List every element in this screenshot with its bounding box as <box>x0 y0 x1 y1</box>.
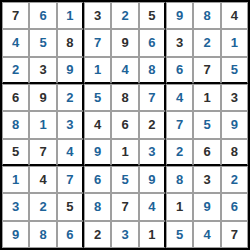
entry-digit: 6 <box>176 63 183 76</box>
entry-digit: 8 <box>12 118 19 131</box>
sudoku-cell-r9c3[interactable]: 6 <box>57 221 84 248</box>
sudoku-cell-r5c8[interactable]: 5 <box>193 111 220 138</box>
sudoku-cell-r3c8[interactable]: 7 <box>193 57 220 84</box>
sudoku-cell-r8c5[interactable]: 7 <box>111 193 138 220</box>
sudoku-cell-r3c3[interactable]: 9 <box>57 57 84 84</box>
sudoku-cell-r8c3[interactable]: 5 <box>57 193 84 220</box>
given-digit: 1 <box>148 228 155 241</box>
given-digit: 4 <box>231 9 238 22</box>
given-digit: 2 <box>148 118 155 131</box>
entry-digit: 5 <box>231 63 238 76</box>
entry-digit: 4 <box>121 63 128 76</box>
given-digit: 7 <box>39 145 46 158</box>
entry-digit: 2 <box>231 173 238 186</box>
sudoku-cell-r7c7[interactable]: 8 <box>166 166 193 193</box>
given-digit: 7 <box>231 228 238 241</box>
sudoku-cell-r8c7[interactable]: 1 <box>166 193 193 220</box>
entry-digit: 2 <box>66 91 73 104</box>
entry-digit: 5 <box>121 173 128 186</box>
sudoku-cell-r5c5[interactable]: 6 <box>111 111 138 138</box>
sudoku-cell-r7c5[interactable]: 5 <box>111 166 138 193</box>
entry-digit: 5 <box>94 91 101 104</box>
given-digit: 9 <box>39 91 46 104</box>
sudoku-cell-r3c7[interactable]: 6 <box>166 57 193 84</box>
entry-digit: 9 <box>231 118 238 131</box>
sudoku-cell-r4c4[interactable]: 5 <box>84 84 111 111</box>
sudoku-cell-r9c8[interactable]: 4 <box>193 221 220 248</box>
sudoku-cell-r5c7[interactable]: 7 <box>166 111 193 138</box>
entry-digit: 8 <box>94 200 101 213</box>
sudoku-cell-r3c1[interactable]: 2 <box>2 57 29 84</box>
sudoku-cell-r1c3[interactable]: 1 <box>57 2 84 29</box>
entry-digit: 7 <box>94 36 101 49</box>
given-digit: 7 <box>203 63 210 76</box>
sudoku-cell-r7c9[interactable]: 2 <box>221 166 248 193</box>
sudoku-cell-r2c7[interactable]: 3 <box>166 29 193 56</box>
sudoku-cell-r8c4[interactable]: 8 <box>84 193 111 220</box>
sudoku-cell-r4c7[interactable]: 4 <box>166 84 193 111</box>
sudoku-cell-r6c5[interactable]: 1 <box>111 139 138 166</box>
entry-digit: 3 <box>121 228 128 241</box>
entry-digit: 1 <box>94 63 101 76</box>
given-digit: 3 <box>203 173 210 186</box>
entry-digit: 6 <box>148 36 155 49</box>
sudoku-cell-r6c7[interactable]: 2 <box>166 139 193 166</box>
sudoku-cell-r6c1[interactable]: 5 <box>2 139 29 166</box>
entry-digit: 1 <box>12 173 19 186</box>
entry-digit: 2 <box>39 200 46 213</box>
entry-digit: 9 <box>176 9 183 22</box>
sudoku-cell-r2c4[interactable]: 7 <box>84 29 111 56</box>
entry-digit: 9 <box>203 200 210 213</box>
sudoku-cell-r6c4[interactable]: 9 <box>84 139 111 166</box>
sudoku-cell-r4c8[interactable]: 1 <box>193 84 220 111</box>
sudoku-cell-r9c7[interactable]: 5 <box>166 221 193 248</box>
sudoku-cell-r2c5[interactable]: 9 <box>111 29 138 56</box>
given-digit: 3 <box>39 63 46 76</box>
entry-digit: 6 <box>94 173 101 186</box>
given-digit: 3 <box>231 91 238 104</box>
given-digit: 4 <box>94 118 101 131</box>
sudoku-cell-r9c2[interactable]: 8 <box>29 221 56 248</box>
entry-digit: 2 <box>121 9 128 22</box>
sudoku-cell-r5c3[interactable]: 3 <box>57 111 84 138</box>
entry-digit: 3 <box>66 118 73 131</box>
sudoku-cell-r2c3[interactable]: 8 <box>57 29 84 56</box>
given-digit: 6 <box>203 145 210 158</box>
sudoku-cell-r1c4[interactable]: 3 <box>84 2 111 29</box>
sudoku-cell-r3c6[interactable]: 8 <box>139 57 166 84</box>
sudoku-cell-r1c7[interactable]: 9 <box>166 2 193 29</box>
given-digit: 9 <box>121 36 128 49</box>
given-digit: 5 <box>12 145 19 158</box>
sudoku-cell-r7c3[interactable]: 7 <box>57 166 84 193</box>
given-digit: 2 <box>94 228 101 241</box>
given-digit: 6 <box>121 118 128 131</box>
given-digit: 8 <box>121 91 128 104</box>
sudoku-cell-r2c1[interactable]: 4 <box>2 29 29 56</box>
sudoku-cell-r6c3[interactable]: 4 <box>57 139 84 166</box>
sudoku-cell-r8c9[interactable]: 6 <box>221 193 248 220</box>
entry-digit: 8 <box>148 63 155 76</box>
sudoku-cell-r5c1[interactable]: 8 <box>2 111 29 138</box>
sudoku-cell-r1c5[interactable]: 2 <box>111 2 138 29</box>
given-digit: 1 <box>203 91 210 104</box>
sudoku-cell-r1c6[interactable]: 5 <box>139 2 166 29</box>
entry-digit: 4 <box>148 200 155 213</box>
sudoku-cell-r6c2[interactable]: 7 <box>29 139 56 166</box>
entry-digit: 6 <box>66 228 73 241</box>
given-digit: 7 <box>121 200 128 213</box>
sudoku-cell-r4c1[interactable]: 6 <box>2 84 29 111</box>
sudoku-cell-r5c2[interactable]: 1 <box>29 111 56 138</box>
given-digit: 5 <box>66 200 73 213</box>
given-digit: 1 <box>121 145 128 158</box>
entry-digit: 5 <box>203 118 210 131</box>
sudoku-cell-r9c1[interactable]: 9 <box>2 221 29 248</box>
sudoku-cell-r1c1[interactable]: 7 <box>2 2 29 29</box>
entry-digit: 9 <box>148 173 155 186</box>
entry-digit: 6 <box>39 9 46 22</box>
sudoku-cell-r7c4[interactable]: 6 <box>84 166 111 193</box>
entry-digit: 3 <box>148 145 155 158</box>
entry-digit: 4 <box>66 145 73 158</box>
sudoku-cell-r1c8[interactable]: 8 <box>193 2 220 29</box>
entry-digit: 8 <box>39 228 46 241</box>
sudoku-cell-r5c9[interactable]: 9 <box>221 111 248 138</box>
given-digit: 6 <box>12 91 19 104</box>
sudoku-cell-r8c1[interactable]: 3 <box>2 193 29 220</box>
sudoku-cell-r9c5[interactable]: 3 <box>111 221 138 248</box>
entry-digit: 4 <box>203 228 210 241</box>
sudoku-cell-r2c9[interactable]: 1 <box>221 29 248 56</box>
sudoku-cell-r4c6[interactable]: 7 <box>139 84 166 111</box>
entry-digit: 5 <box>176 228 183 241</box>
entry-digit: 9 <box>12 228 19 241</box>
entry-digit: 1 <box>66 9 73 22</box>
sudoku-cell-r6c8[interactable]: 6 <box>193 139 220 166</box>
given-digit: 5 <box>148 9 155 22</box>
sudoku-cell-r9c4[interactable]: 2 <box>84 221 111 248</box>
sudoku-cell-r3c4[interactable]: 1 <box>84 57 111 84</box>
sudoku-cell-r3c5[interactable]: 4 <box>111 57 138 84</box>
sudoku-cell-r9c9[interactable]: 7 <box>221 221 248 248</box>
entry-digit: 9 <box>66 63 73 76</box>
sudoku-cell-r4c3[interactable]: 2 <box>57 84 84 111</box>
entry-digit: 1 <box>231 36 238 49</box>
sudoku-cell-r8c2[interactable]: 2 <box>29 193 56 220</box>
given-digit: 3 <box>94 9 101 22</box>
entry-digit: 7 <box>66 173 73 186</box>
sudoku-cell-r2c6[interactable]: 6 <box>139 29 166 56</box>
given-digit: 8 <box>231 145 238 158</box>
entry-digit: 1 <box>39 118 46 131</box>
sudoku-cell-r5c4[interactable]: 4 <box>84 111 111 138</box>
sudoku-board: 7613259844587963212391486756925874138134… <box>0 0 250 250</box>
sudoku-cell-r3c2[interactable]: 3 <box>29 57 56 84</box>
sudoku-cell-r1c2[interactable]: 6 <box>29 2 56 29</box>
sudoku-cell-r8c8[interactable]: 9 <box>193 193 220 220</box>
sudoku-cell-r2c2[interactable]: 5 <box>29 29 56 56</box>
entry-digit: 9 <box>94 145 101 158</box>
sudoku-cell-r5c6[interactable]: 2 <box>139 111 166 138</box>
sudoku-cell-r7c2[interactable]: 4 <box>29 166 56 193</box>
sudoku-cell-r2c8[interactable]: 2 <box>193 29 220 56</box>
entry-digit: 7 <box>176 118 183 131</box>
entry-digit: 7 <box>148 91 155 104</box>
entry-digit: 8 <box>203 9 210 22</box>
sudoku-cell-r6c9[interactable]: 8 <box>221 139 248 166</box>
sudoku-cell-r4c5[interactable]: 8 <box>111 84 138 111</box>
sudoku-cell-r6c6[interactable]: 3 <box>139 139 166 166</box>
given-digit: 1 <box>176 200 183 213</box>
sudoku-cell-r4c2[interactable]: 9 <box>29 84 56 111</box>
entry-digit: 8 <box>176 173 183 186</box>
sudoku-cell-r7c6[interactable]: 9 <box>139 166 166 193</box>
sudoku-cell-r7c1[interactable]: 1 <box>2 166 29 193</box>
sudoku-cell-r9c6[interactable]: 1 <box>139 221 166 248</box>
sudoku-cell-r3c9[interactable]: 5 <box>221 57 248 84</box>
given-digit: 8 <box>66 36 73 49</box>
entry-digit: 3 <box>12 200 19 213</box>
entry-digit: 2 <box>176 145 183 158</box>
given-digit: 7 <box>12 9 19 22</box>
entry-digit: 2 <box>203 36 210 49</box>
entry-digit: 2 <box>12 63 19 76</box>
given-digit: 4 <box>39 173 46 186</box>
entry-digit: 4 <box>176 91 183 104</box>
sudoku-cell-r7c8[interactable]: 3 <box>193 166 220 193</box>
sudoku-cell-r8c6[interactable]: 4 <box>139 193 166 220</box>
given-digit: 3 <box>176 36 183 49</box>
entry-digit: 6 <box>231 200 238 213</box>
sudoku-cell-r1c9[interactable]: 4 <box>221 2 248 29</box>
sudoku-cell-r4c9[interactable]: 3 <box>221 84 248 111</box>
entry-digit: 5 <box>39 36 46 49</box>
entry-digit: 4 <box>12 36 19 49</box>
